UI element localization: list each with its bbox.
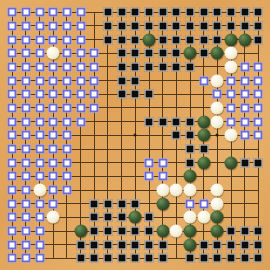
black-territory-marker [117, 76, 126, 85]
white-territory-marker [145, 172, 154, 181]
white-territory-marker [90, 62, 99, 71]
black-territory-marker [158, 240, 167, 249]
black-territory-marker [254, 240, 263, 249]
white-territory-marker [254, 103, 263, 112]
white-territory-marker [35, 145, 44, 154]
black-stone[interactable] [197, 115, 210, 128]
black-territory-marker [117, 90, 126, 99]
black-territory-marker [186, 158, 195, 167]
black-territory-marker [145, 240, 154, 249]
white-territory-marker [8, 8, 17, 17]
black-territory-marker [227, 8, 236, 17]
white-territory-marker [8, 21, 17, 30]
black-territory-marker [199, 35, 208, 44]
black-stone[interactable] [197, 156, 210, 169]
white-territory-marker [49, 117, 58, 126]
black-territory-marker [227, 227, 236, 236]
white-territory-marker [76, 62, 85, 71]
white-territory-marker [8, 213, 17, 222]
white-territory-marker [62, 158, 71, 167]
black-territory-marker [254, 21, 263, 30]
black-territory-marker [145, 117, 154, 126]
black-territory-marker [103, 35, 112, 44]
white-territory-marker [21, 8, 30, 17]
black-territory-marker [186, 62, 195, 71]
black-territory-marker [254, 35, 263, 44]
white-territory-marker [35, 62, 44, 71]
white-territory-marker [90, 49, 99, 58]
black-territory-marker [172, 21, 181, 30]
white-territory-marker [76, 35, 85, 44]
black-territory-marker [213, 240, 222, 249]
white-territory-marker [35, 8, 44, 17]
white-territory-marker [227, 103, 236, 112]
black-territory-marker [90, 199, 99, 208]
white-territory-marker [21, 213, 30, 222]
white-territory-marker [158, 158, 167, 167]
white-territory-marker [35, 254, 44, 263]
go-board[interactable] [0, 0, 270, 270]
black-territory-marker [172, 35, 181, 44]
black-territory-marker [254, 227, 263, 236]
black-territory-marker [172, 131, 181, 140]
white-territory-marker [21, 131, 30, 140]
white-territory-marker [8, 49, 17, 58]
black-territory-marker [131, 76, 140, 85]
black-territory-marker [131, 90, 140, 99]
black-territory-marker [131, 8, 140, 17]
white-territory-marker [35, 35, 44, 44]
white-territory-marker [21, 62, 30, 71]
white-stone[interactable] [211, 197, 224, 210]
black-territory-marker [158, 254, 167, 263]
black-territory-marker [240, 8, 249, 17]
black-territory-marker [199, 145, 208, 154]
black-territory-marker [172, 8, 181, 17]
black-territory-marker [158, 21, 167, 30]
white-territory-marker [8, 145, 17, 154]
black-stone[interactable] [211, 47, 224, 60]
white-stone[interactable] [197, 211, 210, 224]
white-territory-marker [35, 213, 44, 222]
white-stone[interactable] [33, 184, 46, 197]
white-territory-marker [62, 186, 71, 195]
white-stone[interactable] [211, 101, 224, 114]
white-territory-marker [8, 186, 17, 195]
black-stone[interactable] [225, 33, 238, 46]
white-territory-marker [21, 90, 30, 99]
black-territory-marker [199, 49, 208, 58]
white-territory-marker [35, 49, 44, 58]
black-territory-marker [145, 254, 154, 263]
white-territory-marker [49, 131, 58, 140]
white-territory-marker [62, 8, 71, 17]
white-territory-marker [49, 158, 58, 167]
white-territory-marker [62, 117, 71, 126]
white-territory-marker [49, 8, 58, 17]
black-territory-marker [117, 199, 126, 208]
white-territory-marker [254, 62, 263, 71]
black-territory-marker [131, 240, 140, 249]
black-territory-marker [103, 254, 112, 263]
black-territory-marker [131, 199, 140, 208]
white-territory-marker [21, 172, 30, 181]
black-territory-marker [117, 254, 126, 263]
white-territory-marker [8, 131, 17, 140]
white-territory-marker [21, 103, 30, 112]
white-territory-marker [240, 131, 249, 140]
white-territory-marker [227, 90, 236, 99]
black-territory-marker [103, 21, 112, 30]
white-territory-marker [49, 103, 58, 112]
white-territory-marker [35, 199, 44, 208]
black-territory-marker [145, 49, 154, 58]
black-territory-marker [145, 21, 154, 30]
black-territory-marker [117, 62, 126, 71]
black-territory-marker [186, 21, 195, 30]
black-territory-marker [145, 213, 154, 222]
white-territory-marker [35, 76, 44, 85]
black-stone[interactable] [184, 225, 197, 238]
white-territory-marker [8, 76, 17, 85]
white-territory-marker [35, 103, 44, 112]
black-territory-marker [199, 240, 208, 249]
black-territory-marker [186, 145, 195, 154]
black-stone[interactable] [184, 238, 197, 251]
white-territory-marker [62, 76, 71, 85]
white-territory-marker [8, 35, 17, 44]
white-territory-marker [21, 199, 30, 208]
black-territory-marker [172, 49, 181, 58]
white-territory-marker [35, 117, 44, 126]
black-territory-marker [172, 117, 181, 126]
black-territory-marker [90, 213, 99, 222]
black-territory-marker [158, 8, 167, 17]
white-territory-marker [21, 49, 30, 58]
white-territory-marker [49, 145, 58, 154]
white-territory-marker [62, 90, 71, 99]
white-territory-marker [62, 145, 71, 154]
black-territory-marker [186, 117, 195, 126]
black-territory-marker [117, 21, 126, 30]
black-stone[interactable] [184, 170, 197, 183]
black-territory-marker [213, 254, 222, 263]
black-stone[interactable] [143, 33, 156, 46]
white-territory-marker [8, 158, 17, 167]
black-territory-marker [186, 35, 195, 44]
black-stone[interactable] [238, 33, 251, 46]
black-territory-marker [131, 62, 140, 71]
white-stone[interactable] [225, 60, 238, 73]
white-territory-marker [62, 62, 71, 71]
black-territory-marker [103, 227, 112, 236]
white-stone[interactable] [170, 225, 183, 238]
white-territory-marker [62, 35, 71, 44]
white-territory-marker [254, 131, 263, 140]
white-territory-marker [49, 172, 58, 181]
white-territory-marker [8, 90, 17, 99]
black-stone[interactable] [129, 211, 142, 224]
black-territory-marker [117, 49, 126, 58]
white-territory-marker [8, 172, 17, 181]
black-stone[interactable] [211, 211, 224, 224]
white-territory-marker [90, 76, 99, 85]
black-territory-marker [199, 21, 208, 30]
black-territory-marker [254, 254, 263, 263]
white-territory-marker [21, 227, 30, 236]
white-territory-marker [21, 76, 30, 85]
white-territory-marker [62, 49, 71, 58]
black-territory-marker [76, 240, 85, 249]
black-territory-marker [254, 8, 263, 17]
white-territory-marker [76, 76, 85, 85]
white-stone[interactable] [184, 184, 197, 197]
white-territory-marker [213, 90, 222, 99]
white-territory-marker [21, 21, 30, 30]
white-territory-marker [240, 76, 249, 85]
white-territory-marker [76, 117, 85, 126]
black-territory-marker [145, 227, 154, 236]
white-territory-marker [240, 62, 249, 71]
white-stone[interactable] [47, 211, 60, 224]
black-territory-marker [213, 35, 222, 44]
white-territory-marker [8, 62, 17, 71]
white-territory-marker [199, 76, 208, 85]
white-stone[interactable] [184, 211, 197, 224]
black-territory-marker [117, 227, 126, 236]
white-territory-marker [76, 90, 85, 99]
black-territory-marker [103, 213, 112, 222]
black-territory-marker [240, 21, 249, 30]
black-territory-marker [227, 21, 236, 30]
white-stone[interactable] [211, 184, 224, 197]
black-territory-marker [186, 8, 195, 17]
white-stone[interactable] [211, 74, 224, 87]
black-territory-marker [131, 21, 140, 30]
black-territory-marker [186, 254, 195, 263]
white-territory-marker [21, 145, 30, 154]
white-territory-marker [49, 186, 58, 195]
black-stone[interactable] [225, 156, 238, 169]
white-territory-marker [76, 21, 85, 30]
white-territory-marker [254, 90, 263, 99]
white-territory-marker [76, 103, 85, 112]
white-territory-marker [35, 90, 44, 99]
black-territory-marker [90, 227, 99, 236]
black-territory-marker [117, 35, 126, 44]
black-territory-marker [90, 254, 99, 263]
white-territory-marker [21, 35, 30, 44]
white-territory-marker [21, 186, 30, 195]
black-territory-marker [76, 254, 85, 263]
black-stone[interactable] [184, 47, 197, 60]
black-territory-marker [117, 240, 126, 249]
black-territory-marker [117, 213, 126, 222]
white-territory-marker [145, 158, 154, 167]
black-territory-marker [158, 62, 167, 71]
white-territory-marker [8, 240, 17, 249]
black-territory-marker [158, 35, 167, 44]
white-territory-marker [49, 90, 58, 99]
white-territory-marker [8, 254, 17, 263]
star-point [216, 134, 219, 137]
white-territory-marker [62, 21, 71, 30]
black-territory-marker [131, 254, 140, 263]
white-territory-marker [76, 49, 85, 58]
white-stone[interactable] [170, 184, 183, 197]
white-territory-marker [35, 158, 44, 167]
black-territory-marker [117, 8, 126, 17]
white-territory-marker [21, 117, 30, 126]
white-territory-marker [90, 103, 99, 112]
white-stone[interactable] [156, 184, 169, 197]
white-territory-marker [158, 172, 167, 181]
black-territory-marker [227, 254, 236, 263]
white-territory-marker [254, 76, 263, 85]
black-territory-marker [199, 8, 208, 17]
white-territory-marker [21, 254, 30, 263]
black-territory-marker [199, 254, 208, 263]
white-territory-marker [199, 199, 208, 208]
black-territory-marker [240, 240, 249, 249]
white-territory-marker [76, 8, 85, 17]
white-territory-marker [227, 117, 236, 126]
black-stone[interactable] [156, 225, 169, 238]
black-territory-marker [131, 49, 140, 58]
black-territory-marker [213, 21, 222, 30]
white-territory-marker [49, 199, 58, 208]
white-stone[interactable] [225, 129, 238, 142]
white-territory-marker [21, 158, 30, 167]
black-stone[interactable] [197, 129, 210, 142]
white-territory-marker [240, 103, 249, 112]
white-territory-marker [227, 76, 236, 85]
black-territory-marker [186, 131, 195, 140]
white-stone[interactable] [225, 47, 238, 60]
white-territory-marker [35, 172, 44, 181]
black-territory-marker [172, 62, 181, 71]
white-territory-marker [62, 131, 71, 140]
black-territory-marker [158, 49, 167, 58]
black-territory-marker [254, 158, 263, 167]
black-stone[interactable] [74, 225, 87, 238]
white-territory-marker [35, 21, 44, 30]
black-territory-marker [240, 158, 249, 167]
black-territory-marker [240, 227, 249, 236]
black-stone[interactable] [156, 197, 169, 210]
black-territory-marker [131, 227, 140, 236]
star-point [134, 134, 137, 137]
black-territory-marker [145, 62, 154, 71]
white-territory-marker [49, 76, 58, 85]
black-territory-marker [103, 240, 112, 249]
black-territory-marker [131, 35, 140, 44]
white-territory-marker [8, 227, 17, 236]
white-territory-marker [35, 227, 44, 236]
white-territory-marker [90, 90, 99, 99]
black-territory-marker [213, 8, 222, 17]
white-territory-marker [62, 172, 71, 181]
white-territory-marker [240, 117, 249, 126]
white-territory-marker [49, 35, 58, 44]
white-territory-marker [35, 131, 44, 140]
black-territory-marker [145, 8, 154, 17]
white-territory-marker [254, 117, 263, 126]
white-territory-marker [8, 199, 17, 208]
white-territory-marker [21, 240, 30, 249]
white-stone[interactable] [211, 115, 224, 128]
white-territory-marker [8, 103, 17, 112]
black-stone[interactable] [211, 225, 224, 238]
black-territory-marker [158, 117, 167, 126]
black-territory-marker [103, 199, 112, 208]
black-territory-marker [90, 240, 99, 249]
white-territory-marker [240, 90, 249, 99]
black-territory-marker [227, 240, 236, 249]
white-territory-marker [62, 103, 71, 112]
black-territory-marker [103, 8, 112, 17]
black-territory-marker [240, 254, 249, 263]
white-territory-marker [8, 117, 17, 126]
white-territory-marker [49, 21, 58, 30]
white-territory-marker [49, 62, 58, 71]
black-territory-marker [145, 90, 154, 99]
white-stone[interactable] [47, 47, 60, 60]
white-territory-marker [186, 199, 195, 208]
white-territory-marker [35, 240, 44, 249]
